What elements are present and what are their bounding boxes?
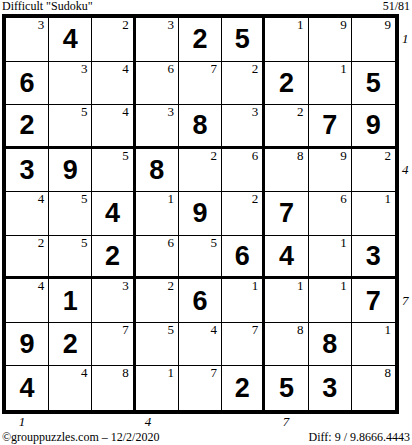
given-digit: 9 bbox=[179, 192, 221, 235]
pencil-digit: 5 bbox=[81, 105, 88, 119]
pencil-digit: 1 bbox=[297, 279, 304, 293]
given-digit: 9 bbox=[6, 323, 48, 366]
pencil-digit: 1 bbox=[297, 18, 304, 32]
given-digit: 5 bbox=[222, 18, 262, 61]
pencil-digit: 5 bbox=[81, 236, 88, 250]
col-label-7: 7 bbox=[272, 415, 300, 429]
cell-r2c8[interactable]: 1 bbox=[309, 62, 352, 106]
pencil-digit: 2 bbox=[211, 149, 218, 163]
cell-r3c7[interactable]: 2 bbox=[265, 105, 308, 149]
cell-r6c8[interactable]: 1 bbox=[309, 236, 352, 280]
cell-r2c1[interactable]: 6 bbox=[6, 62, 49, 106]
cell-r5c9[interactable]: 1 bbox=[352, 192, 395, 236]
pencil-digit: 8 bbox=[297, 149, 304, 163]
cell-r3c1[interactable]: 2 bbox=[6, 105, 49, 149]
given-digit: 1 bbox=[49, 279, 91, 322]
pencil-digit: 2 bbox=[38, 236, 45, 250]
given-digit: 2 bbox=[265, 62, 307, 105]
pencil-digit: 1 bbox=[340, 62, 347, 76]
cell-r2c6[interactable]: 2 bbox=[222, 62, 265, 106]
pencil-digit: 1 bbox=[340, 236, 347, 250]
cell-r8c5[interactable]: 4 bbox=[179, 323, 222, 367]
pencil-digit: 5 bbox=[122, 149, 129, 163]
pencil-digit: 9 bbox=[340, 18, 347, 32]
cell-r3c8[interactable]: 7 bbox=[309, 105, 352, 149]
pencil-digit: 2 bbox=[252, 192, 259, 206]
cell-r1c8[interactable]: 9 bbox=[309, 18, 352, 62]
cell-r3c4[interactable]: 3 bbox=[136, 105, 179, 149]
pencil-digit: 5 bbox=[211, 236, 218, 250]
cell-r9c8[interactable]: 3 bbox=[309, 366, 352, 410]
given-digit: 4 bbox=[92, 192, 132, 235]
pencil-digit: 6 bbox=[167, 62, 174, 76]
pencil-digit: 8 bbox=[122, 366, 129, 380]
given-digit: 3 bbox=[352, 236, 395, 277]
given-digit: 5 bbox=[265, 366, 307, 410]
footer: ©grouppuzzles.com – 12/2/2020 Diff: 9 / … bbox=[2, 430, 410, 444]
cell-r9c1[interactable]: 4 bbox=[6, 366, 49, 410]
row-label-7: 7 bbox=[402, 293, 412, 308]
cell-r2c9[interactable]: 5 bbox=[352, 62, 395, 106]
given-digit: 7 bbox=[265, 192, 307, 235]
given-digit: 7 bbox=[309, 105, 351, 146]
progress-counter: 51/81 bbox=[383, 0, 410, 13]
pencil-digit: 7 bbox=[211, 62, 218, 76]
cell-r7c5[interactable]: 6 bbox=[179, 279, 222, 323]
given-digit: 2 bbox=[179, 18, 221, 61]
pencil-digit: 3 bbox=[252, 105, 259, 119]
pencil-digit: 3 bbox=[122, 279, 129, 293]
pencil-digit: 4 bbox=[38, 279, 45, 293]
given-digit: 2 bbox=[92, 236, 132, 277]
given-digit: 6 bbox=[6, 62, 48, 105]
copyright-text: ©grouppuzzles.com – 12/2/2020 bbox=[2, 430, 159, 444]
cell-r5c4[interactable]: 1 bbox=[136, 192, 179, 236]
cell-r9c4[interactable]: 1 bbox=[136, 366, 179, 410]
row-label-4: 4 bbox=[402, 162, 412, 177]
cell-r5c6[interactable]: 2 bbox=[222, 192, 265, 236]
given-digit: 8 bbox=[179, 105, 221, 146]
pencil-digit: 1 bbox=[252, 279, 259, 293]
pencil-digit: 1 bbox=[340, 279, 347, 293]
cell-r9c5[interactable]: 7 bbox=[179, 366, 222, 410]
cell-r8c6[interactable]: 7 bbox=[222, 323, 265, 367]
cell-r4c6[interactable]: 6 bbox=[222, 149, 265, 193]
cell-r1c5[interactable]: 2 bbox=[179, 18, 222, 62]
given-digit: 2 bbox=[49, 323, 91, 366]
given-digit: 8 bbox=[136, 149, 178, 192]
pencil-digit: 3 bbox=[81, 62, 88, 76]
cell-r2c2[interactable]: 3 bbox=[49, 62, 92, 106]
pencil-digit: 1 bbox=[167, 192, 174, 206]
pencil-digit: 3 bbox=[167, 18, 174, 32]
cell-r4c5[interactable]: 2 bbox=[179, 149, 222, 193]
cell-r6c5[interactable]: 5 bbox=[179, 236, 222, 280]
cell-r8c9[interactable]: 1 bbox=[352, 323, 395, 367]
cell-r1c1[interactable]: 3 bbox=[6, 18, 49, 62]
col-label-1: 1 bbox=[8, 415, 36, 429]
pencil-digit: 4 bbox=[122, 62, 129, 76]
cell-r8c2[interactable]: 2 bbox=[49, 323, 92, 367]
given-digit: 3 bbox=[309, 366, 351, 410]
cell-r9c7[interactable]: 5 bbox=[265, 366, 308, 410]
cell-r4c9[interactable]: 2 bbox=[352, 149, 395, 193]
pencil-digit: 6 bbox=[252, 149, 259, 163]
pencil-digit: 7 bbox=[122, 323, 129, 337]
given-digit: 3 bbox=[6, 149, 48, 192]
cell-r8c3[interactable]: 7 bbox=[92, 323, 135, 367]
pencil-digit: 6 bbox=[167, 236, 174, 250]
cell-r1c9[interactable]: 9 bbox=[352, 18, 395, 62]
pencil-digit: 4 bbox=[211, 323, 218, 337]
cell-r1c6[interactable]: 5 bbox=[222, 18, 265, 62]
pencil-digit: 5 bbox=[167, 323, 174, 337]
cell-r4c1[interactable]: 3 bbox=[6, 149, 49, 193]
pencil-digit: 1 bbox=[384, 323, 391, 337]
given-digit: 4 bbox=[265, 236, 307, 277]
cell-r3c6[interactable]: 3 bbox=[222, 105, 265, 149]
cell-r4c3[interactable]: 5 bbox=[92, 149, 135, 193]
given-digit: 8 bbox=[309, 323, 351, 366]
pencil-digit: 2 bbox=[297, 105, 304, 119]
pencil-digit: 2 bbox=[252, 62, 259, 76]
pencil-digit: 2 bbox=[167, 279, 174, 293]
pencil-digit: 2 bbox=[122, 18, 129, 32]
pencil-digit: 1 bbox=[384, 192, 391, 206]
pencil-digit: 1 bbox=[167, 366, 174, 380]
cell-r6c3[interactable]: 2 bbox=[92, 236, 135, 280]
cell-r3c5[interactable]: 8 bbox=[179, 105, 222, 149]
given-digit: 5 bbox=[352, 62, 395, 105]
cell-r5c5[interactable]: 9 bbox=[179, 192, 222, 236]
pencil-digit: 4 bbox=[81, 366, 88, 380]
cell-r1c3[interactable]: 2 bbox=[92, 18, 135, 62]
given-digit: 6 bbox=[179, 279, 221, 322]
given-digit: 6 bbox=[222, 236, 262, 277]
cell-r6c4[interactable]: 6 bbox=[136, 236, 179, 280]
cell-r2c5[interactable]: 7 bbox=[179, 62, 222, 106]
cell-r7c4[interactable]: 2 bbox=[136, 279, 179, 323]
cell-r6c6[interactable]: 6 bbox=[222, 236, 265, 280]
cell-r1c7[interactable]: 1 bbox=[265, 18, 308, 62]
cell-r8c7[interactable]: 8 bbox=[265, 323, 308, 367]
pencil-digit: 2 bbox=[384, 149, 391, 163]
cell-r3c2[interactable]: 5 bbox=[49, 105, 92, 149]
cell-r5c3[interactable]: 4 bbox=[92, 192, 135, 236]
cell-r2c4[interactable]: 6 bbox=[136, 62, 179, 106]
cell-r1c2[interactable]: 4 bbox=[49, 18, 92, 62]
difficulty-text: Diff: 9 / 9.8666.4443 bbox=[309, 430, 410, 444]
cell-r5c1[interactable]: 4 bbox=[6, 192, 49, 236]
cell-r7c3[interactable]: 3 bbox=[92, 279, 135, 323]
col-label-4: 4 bbox=[134, 415, 162, 429]
cell-r5c2[interactable]: 5 bbox=[49, 192, 92, 236]
header: Difficult "Sudoku" 51/81 bbox=[2, 0, 410, 14]
pencil-digit: 8 bbox=[297, 323, 304, 337]
pencil-digit: 7 bbox=[211, 366, 218, 380]
cell-r8c8[interactable]: 8 bbox=[309, 323, 352, 367]
pencil-digit: 5 bbox=[81, 192, 88, 206]
cell-r5c7[interactable]: 7 bbox=[265, 192, 308, 236]
pencil-digit: 8 bbox=[384, 366, 391, 380]
cell-r4c8[interactable]: 9 bbox=[309, 149, 352, 193]
cell-r6c9[interactable]: 3 bbox=[352, 236, 395, 280]
given-digit: 4 bbox=[49, 18, 91, 61]
cell-r1c4[interactable]: 3 bbox=[136, 18, 179, 62]
page-title: Difficult "Sudoku" bbox=[2, 0, 93, 13]
cell-r6c2[interactable]: 5 bbox=[49, 236, 92, 280]
cell-r4c4[interactable]: 8 bbox=[136, 149, 179, 193]
given-digit: 9 bbox=[49, 149, 91, 192]
cell-r7c6[interactable]: 1 bbox=[222, 279, 265, 323]
cell-r7c1[interactable]: 4 bbox=[6, 279, 49, 323]
cell-r4c2[interactable]: 9 bbox=[49, 149, 92, 193]
pencil-digit: 4 bbox=[38, 192, 45, 206]
pencil-digit: 4 bbox=[122, 105, 129, 119]
cell-r8c4[interactable]: 5 bbox=[136, 323, 179, 367]
given-digit: 4 bbox=[6, 366, 48, 410]
cell-r7c7[interactable]: 1 bbox=[265, 279, 308, 323]
pencil-digit: 7 bbox=[252, 323, 259, 337]
pencil-digit: 3 bbox=[38, 18, 45, 32]
given-digit: 9 bbox=[352, 105, 395, 146]
cell-r4c7[interactable]: 8 bbox=[265, 149, 308, 193]
pencil-digit: 3 bbox=[167, 105, 174, 119]
cell-r9c3[interactable]: 8 bbox=[92, 366, 135, 410]
given-digit: 2 bbox=[6, 105, 48, 146]
cell-r2c3[interactable]: 4 bbox=[92, 62, 135, 106]
pencil-digit: 9 bbox=[340, 149, 347, 163]
cell-r9c9[interactable]: 8 bbox=[352, 366, 395, 410]
cell-r7c9[interactable]: 7 bbox=[352, 279, 395, 323]
pencil-digit: 9 bbox=[384, 18, 391, 32]
cell-r2c7[interactable]: 2 bbox=[265, 62, 308, 106]
cell-r8c1[interactable]: 9 bbox=[6, 323, 49, 367]
cell-r3c3[interactable]: 4 bbox=[92, 105, 135, 149]
given-digit: 7 bbox=[352, 279, 395, 322]
cell-r9c2[interactable]: 4 bbox=[49, 366, 92, 410]
cell-r6c7[interactable]: 4 bbox=[265, 236, 308, 280]
row-label-1: 1 bbox=[402, 31, 412, 46]
cell-r3c9[interactable]: 9 bbox=[352, 105, 395, 149]
cell-r9c6[interactable]: 2 bbox=[222, 366, 265, 410]
cell-r7c8[interactable]: 1 bbox=[309, 279, 352, 323]
cell-r6c1[interactable]: 2 bbox=[6, 236, 49, 280]
cell-r7c2[interactable]: 1 bbox=[49, 279, 92, 323]
pencil-digit: 6 bbox=[340, 192, 347, 206]
sudoku-board: 3423251996346722152543832793958268924541… bbox=[2, 14, 399, 414]
cell-r5c8[interactable]: 6 bbox=[309, 192, 352, 236]
given-digit: 2 bbox=[222, 366, 262, 410]
